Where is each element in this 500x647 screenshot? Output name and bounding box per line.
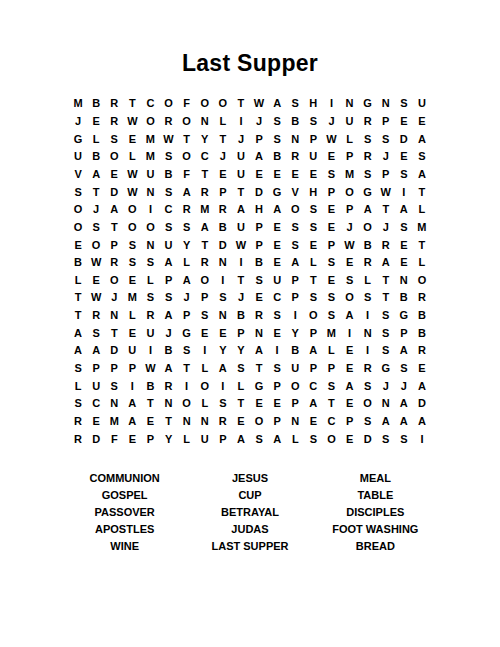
grid-cell: A <box>413 130 431 148</box>
grid-cell: I <box>123 377 141 395</box>
grid-cell: R <box>87 307 105 325</box>
grid-cell: O <box>123 201 141 219</box>
grid-cell: H <box>304 183 322 201</box>
grid-cell: T <box>377 289 395 307</box>
grid-cell: S <box>123 254 141 272</box>
grid-cell: T <box>196 236 214 254</box>
grid-cell: C <box>141 95 159 113</box>
word-list-item: CUP <box>187 486 312 503</box>
grid-cell: P <box>322 236 340 254</box>
grid-cell: B <box>232 307 250 325</box>
grid-cell: E <box>268 395 286 413</box>
grid-cell: G <box>359 183 377 201</box>
grid-cell: U <box>69 148 87 166</box>
grid-cell: R <box>178 201 196 219</box>
grid-cell: U <box>304 148 322 166</box>
grid-cell: S <box>69 360 87 378</box>
grid-cell: M <box>196 201 214 219</box>
word-list-item: FOOT WASHING <box>313 520 438 537</box>
grid-cell: I <box>141 342 159 360</box>
grid-cell: S <box>395 360 413 378</box>
grid-cell: T <box>304 271 322 289</box>
grid-cell: P <box>178 307 196 325</box>
grid-cell: T <box>377 201 395 219</box>
grid-cell: S <box>105 130 123 148</box>
grid-cell: S <box>322 166 340 184</box>
grid-cell: E <box>232 413 250 431</box>
grid-cell: A <box>268 201 286 219</box>
grid-cell: B <box>268 148 286 166</box>
grid-cell: U <box>286 360 304 378</box>
grid-cell: J <box>160 324 178 342</box>
grid-cell: P <box>304 360 322 378</box>
grid-cell: J <box>69 113 87 131</box>
grid-cell: N <box>377 395 395 413</box>
grid-cell: A <box>395 413 413 431</box>
grid-cell: O <box>286 201 304 219</box>
grid-cell: S <box>286 236 304 254</box>
grid-cell: G <box>250 377 268 395</box>
page: Last Supper MBRTCOFOOTWASHINGNSUJERWORON… <box>0 0 500 647</box>
grid-cell: A <box>395 342 413 360</box>
grid-cell: P <box>322 183 340 201</box>
grid-cell: A <box>395 201 413 219</box>
grid-cell: E <box>87 113 105 131</box>
grid-cell: U <box>160 236 178 254</box>
grid-cell: J <box>105 289 123 307</box>
grid-cell: A <box>341 377 359 395</box>
grid-cell: I <box>413 430 431 448</box>
grid-cell: B <box>160 342 178 360</box>
grid-cell: I <box>232 254 250 272</box>
grid-cell: R <box>359 360 377 378</box>
grid-cell: R <box>359 113 377 131</box>
grid-cell: M <box>141 148 159 166</box>
grid-cell: M <box>69 95 87 113</box>
grid-cell: U <box>268 271 286 289</box>
grid-cell: J <box>87 201 105 219</box>
grid-cell: S <box>377 130 395 148</box>
grid-cell: S <box>322 289 340 307</box>
grid-cell: S <box>268 307 286 325</box>
grid-cell: A <box>304 342 322 360</box>
grid-cell: C <box>87 395 105 413</box>
grid-cell: R <box>250 307 268 325</box>
grid-cell: E <box>341 254 359 272</box>
grid-cell: P <box>232 324 250 342</box>
grid-cell: E <box>250 166 268 184</box>
grid-cell: M <box>322 324 340 342</box>
grid-cell: P <box>377 166 395 184</box>
grid-cell: S <box>160 183 178 201</box>
grid-cell: E <box>395 113 413 131</box>
grid-cell: W <box>123 113 141 131</box>
grid-cell: N <box>395 271 413 289</box>
grid-cell: S <box>105 377 123 395</box>
grid-cell: B <box>395 289 413 307</box>
grid-cell: N <box>377 95 395 113</box>
grid-cell: I <box>178 377 196 395</box>
grid-cell: A <box>286 254 304 272</box>
grid-cell: O <box>105 148 123 166</box>
grid-cell: E <box>123 430 141 448</box>
grid-cell: S <box>69 183 87 201</box>
grid-cell: T <box>377 271 395 289</box>
grid-cell: T <box>178 130 196 148</box>
grid-cell: U <box>87 377 105 395</box>
grid-cell: E <box>322 148 340 166</box>
grid-cell: L <box>286 430 304 448</box>
grid-cell: O <box>214 95 232 113</box>
grid-cell: S <box>69 395 87 413</box>
grid-cell: E <box>413 113 431 131</box>
grid-cell: J <box>232 130 250 148</box>
grid-cell: T <box>413 236 431 254</box>
grid-cell: L <box>69 271 87 289</box>
grid-cell: W <box>87 254 105 272</box>
grid-cell: J <box>377 219 395 237</box>
grid-cell: C <box>196 148 214 166</box>
grid-cell: U <box>232 166 250 184</box>
grid-cell: W <box>123 166 141 184</box>
grid-cell: T <box>87 183 105 201</box>
grid-cell: R <box>69 430 87 448</box>
grid-cell: S <box>413 148 431 166</box>
grid-cell: I <box>214 271 232 289</box>
grid-cell: A <box>160 254 178 272</box>
grid-cell: B <box>87 95 105 113</box>
grid-cell: I <box>141 201 159 219</box>
word-list-item: MEAL <box>313 469 438 486</box>
grid-cell: S <box>377 342 395 360</box>
grid-cell: S <box>286 219 304 237</box>
grid-cell: L <box>214 113 232 131</box>
grid-cell: U <box>141 166 159 184</box>
grid-cell: S <box>160 219 178 237</box>
grid-cell: B <box>69 254 87 272</box>
grid-cell: A <box>413 166 431 184</box>
grid-cell: P <box>250 236 268 254</box>
grid-cell: A <box>160 307 178 325</box>
grid-cell: E <box>250 289 268 307</box>
grid-cell: V <box>286 183 304 201</box>
grid-cell: L <box>232 377 250 395</box>
word-list-item: BETRAYAL <box>187 503 312 520</box>
grid-cell: O <box>178 395 196 413</box>
grid-cell: I <box>359 342 377 360</box>
grid-cell: P <box>250 130 268 148</box>
grid-cell: O <box>341 183 359 201</box>
grid-cell: S <box>286 95 304 113</box>
grid-cell: T <box>413 183 431 201</box>
grid-cell: S <box>322 307 340 325</box>
grid-cell: E <box>268 324 286 342</box>
grid-cell: E <box>87 271 105 289</box>
grid-cell: E <box>322 271 340 289</box>
grid-cell: A <box>105 201 123 219</box>
grid-cell: A <box>69 342 87 360</box>
grid-cell: E <box>123 271 141 289</box>
grid-cell: E <box>304 166 322 184</box>
word-list-item: DISCIPLES <box>313 503 438 520</box>
grid-cell: I <box>196 342 214 360</box>
grid-cell: A <box>268 430 286 448</box>
grid-cell: P <box>341 148 359 166</box>
grid-cell: A <box>123 413 141 431</box>
grid-cell: N <box>250 324 268 342</box>
grid-cell: S <box>87 324 105 342</box>
grid-cell: O <box>359 219 377 237</box>
grid-cell: H <box>304 95 322 113</box>
grid-cell: L <box>304 254 322 272</box>
grid-cell: A <box>232 201 250 219</box>
grid-cell: R <box>160 113 178 131</box>
grid-cell: M <box>105 413 123 431</box>
grid-cell: A <box>268 95 286 113</box>
grid-cell: O <box>196 377 214 395</box>
grid-cell: S <box>268 113 286 131</box>
grid-cell: R <box>377 236 395 254</box>
grid-cell: Y <box>286 324 304 342</box>
grid-cell: R <box>359 254 377 272</box>
grid-cell: G <box>395 307 413 325</box>
grid-cell: S <box>214 395 232 413</box>
grid-cell: R <box>160 377 178 395</box>
grid-cell: E <box>286 166 304 184</box>
grid-cell: W <box>141 360 159 378</box>
grid-cell: A <box>377 254 395 272</box>
grid-cell: N <box>196 113 214 131</box>
grid-cell: S <box>160 289 178 307</box>
grid-cell: G <box>69 130 87 148</box>
grid-cell: T <box>69 289 87 307</box>
grid-cell: N <box>286 130 304 148</box>
grid-cell: A <box>69 324 87 342</box>
grid-cell: S <box>304 113 322 131</box>
grid-cell: S <box>232 360 250 378</box>
grid-cell: O <box>141 113 159 131</box>
grid-cell: E <box>268 254 286 272</box>
grid-cell: E <box>123 130 141 148</box>
grid-cell: P <box>105 360 123 378</box>
grid-cell: R <box>196 183 214 201</box>
grid-cell: A <box>413 413 431 431</box>
grid-cell: S <box>141 254 159 272</box>
grid-cell: B <box>160 166 178 184</box>
grid-cell: T <box>232 395 250 413</box>
grid-cell: R <box>69 413 87 431</box>
grid-cell: S <box>250 430 268 448</box>
grid-cell: S <box>268 360 286 378</box>
grid-cell: P <box>286 395 304 413</box>
grid-cell: P <box>141 430 159 448</box>
grid-cell: B <box>413 324 431 342</box>
grid-cell: N <box>141 236 159 254</box>
grid-cell: S <box>359 130 377 148</box>
grid-cell: L <box>359 271 377 289</box>
grid-cell: W <box>377 183 395 201</box>
grid-cell: P <box>304 130 322 148</box>
grid-cell: R <box>105 95 123 113</box>
grid-cell: G <box>268 183 286 201</box>
grid-cell: M <box>123 289 141 307</box>
grid-cell: L <box>413 201 431 219</box>
grid-cell: Y <box>160 430 178 448</box>
grid-cell: E <box>214 166 232 184</box>
grid-cell: T <box>123 95 141 113</box>
grid-cell: R <box>286 148 304 166</box>
grid-cell: A <box>359 201 377 219</box>
word-list-item: JUDAS <box>187 520 312 537</box>
grid-cell: S <box>395 95 413 113</box>
grid-cell: S <box>304 289 322 307</box>
grid-cell: L <box>123 148 141 166</box>
grid-cell: E <box>322 201 340 219</box>
grid-cell: R <box>214 413 232 431</box>
grid-cell: B <box>250 254 268 272</box>
grid-cell: W <box>232 236 250 254</box>
grid-cell: P <box>341 413 359 431</box>
grid-cell: P <box>395 324 413 342</box>
grid-cell: M <box>341 166 359 184</box>
grid-cell: S <box>196 307 214 325</box>
grid-cell: L <box>341 130 359 148</box>
grid-cell: G <box>359 95 377 113</box>
grid-cell: I <box>359 307 377 325</box>
grid-cell: U <box>123 342 141 360</box>
grid-cell: T <box>232 271 250 289</box>
grid-cell: J <box>250 113 268 131</box>
grid-cell: O <box>105 271 123 289</box>
grid-cell: E <box>395 254 413 272</box>
word-list-item: LAST SUPPER <box>187 537 312 554</box>
word-search-grid: MBRTCOFOOTWASHINGNSUJERWORONLIJSBSJURPEE… <box>69 95 431 448</box>
grid-cell: E <box>395 236 413 254</box>
grid-cell: E <box>69 236 87 254</box>
grid-cell: E <box>341 430 359 448</box>
grid-cell: D <box>250 183 268 201</box>
grid-cell: S <box>322 377 340 395</box>
word-list-item: GOSPEL <box>62 486 187 503</box>
grid-cell: E <box>304 413 322 431</box>
grid-cell: U <box>232 148 250 166</box>
grid-cell: B <box>286 113 304 131</box>
grid-cell: Y <box>214 342 232 360</box>
grid-cell: E <box>395 148 413 166</box>
grid-cell: P <box>214 183 232 201</box>
grid-cell: E <box>196 324 214 342</box>
grid-cell: C <box>160 201 178 219</box>
grid-cell: A <box>232 430 250 448</box>
grid-cell: W <box>322 130 340 148</box>
grid-cell: T <box>214 130 232 148</box>
grid-cell: T <box>232 183 250 201</box>
grid-cell: O <box>123 219 141 237</box>
grid-cell: F <box>178 166 196 184</box>
grid-cell: A <box>377 413 395 431</box>
grid-cell: A <box>214 360 232 378</box>
grid-cell: S <box>141 289 159 307</box>
grid-cell: S <box>377 430 395 448</box>
word-list-item: TABLE <box>313 486 438 503</box>
grid-cell: S <box>160 148 178 166</box>
grid-cell: G <box>377 360 395 378</box>
grid-cell: R <box>413 342 431 360</box>
grid-cell: W <box>250 95 268 113</box>
grid-cell: I <box>268 342 286 360</box>
grid-cell: P <box>304 324 322 342</box>
grid-cell: N <box>141 183 159 201</box>
grid-cell: J <box>341 219 359 237</box>
grid-cell: I <box>322 95 340 113</box>
grid-cell: A <box>395 395 413 413</box>
grid-cell: S <box>123 236 141 254</box>
grid-cell: O <box>87 236 105 254</box>
grid-cell: O <box>160 95 178 113</box>
grid-cell: T <box>196 166 214 184</box>
grid-cell: T <box>178 360 196 378</box>
grid-cell: S <box>359 377 377 395</box>
grid-cell: I <box>395 183 413 201</box>
grid-cell: E <box>268 236 286 254</box>
grid-cell: T <box>160 413 178 431</box>
grid-cell: J <box>395 377 413 395</box>
grid-cell: S <box>341 271 359 289</box>
grid-cell: I <box>286 307 304 325</box>
grid-cell: P <box>341 201 359 219</box>
grid-cell: R <box>141 307 159 325</box>
grid-cell: E <box>268 219 286 237</box>
grid-cell: S <box>395 430 413 448</box>
grid-cell: N <box>196 413 214 431</box>
grid-cell: E <box>250 395 268 413</box>
grid-cell: F <box>105 430 123 448</box>
grid-cell: S <box>214 289 232 307</box>
grid-cell: T <box>105 219 123 237</box>
grid-cell: Y <box>178 236 196 254</box>
grid-cell: S <box>359 166 377 184</box>
grid-cell: J <box>377 377 395 395</box>
word-list-item: COMMUNION <box>62 469 187 486</box>
grid-cell: P <box>105 236 123 254</box>
grid-cell: O <box>322 430 340 448</box>
grid-cell: D <box>105 342 123 360</box>
grid-cell: N <box>341 95 359 113</box>
grid-cell: O <box>178 113 196 131</box>
grid-cell: C <box>322 413 340 431</box>
grid-cell: B <box>87 148 105 166</box>
grid-cell: T <box>250 360 268 378</box>
grid-cell: A <box>304 395 322 413</box>
grid-cell: N <box>160 395 178 413</box>
grid-cell: S <box>359 289 377 307</box>
grid-cell: D <box>87 430 105 448</box>
grid-cell: N <box>286 413 304 431</box>
grid-cell: J <box>232 289 250 307</box>
grid-cell: D <box>413 395 431 413</box>
grid-cell: S <box>395 166 413 184</box>
grid-cell: S <box>304 201 322 219</box>
grid-cell: O <box>196 95 214 113</box>
grid-cell: O <box>304 307 322 325</box>
grid-cell: R <box>105 254 123 272</box>
grid-cell: E <box>341 342 359 360</box>
grid-cell: U <box>196 430 214 448</box>
grid-cell: P <box>214 430 232 448</box>
grid-cell: L <box>322 342 340 360</box>
grid-cell: A <box>178 183 196 201</box>
grid-cell: O <box>413 271 431 289</box>
